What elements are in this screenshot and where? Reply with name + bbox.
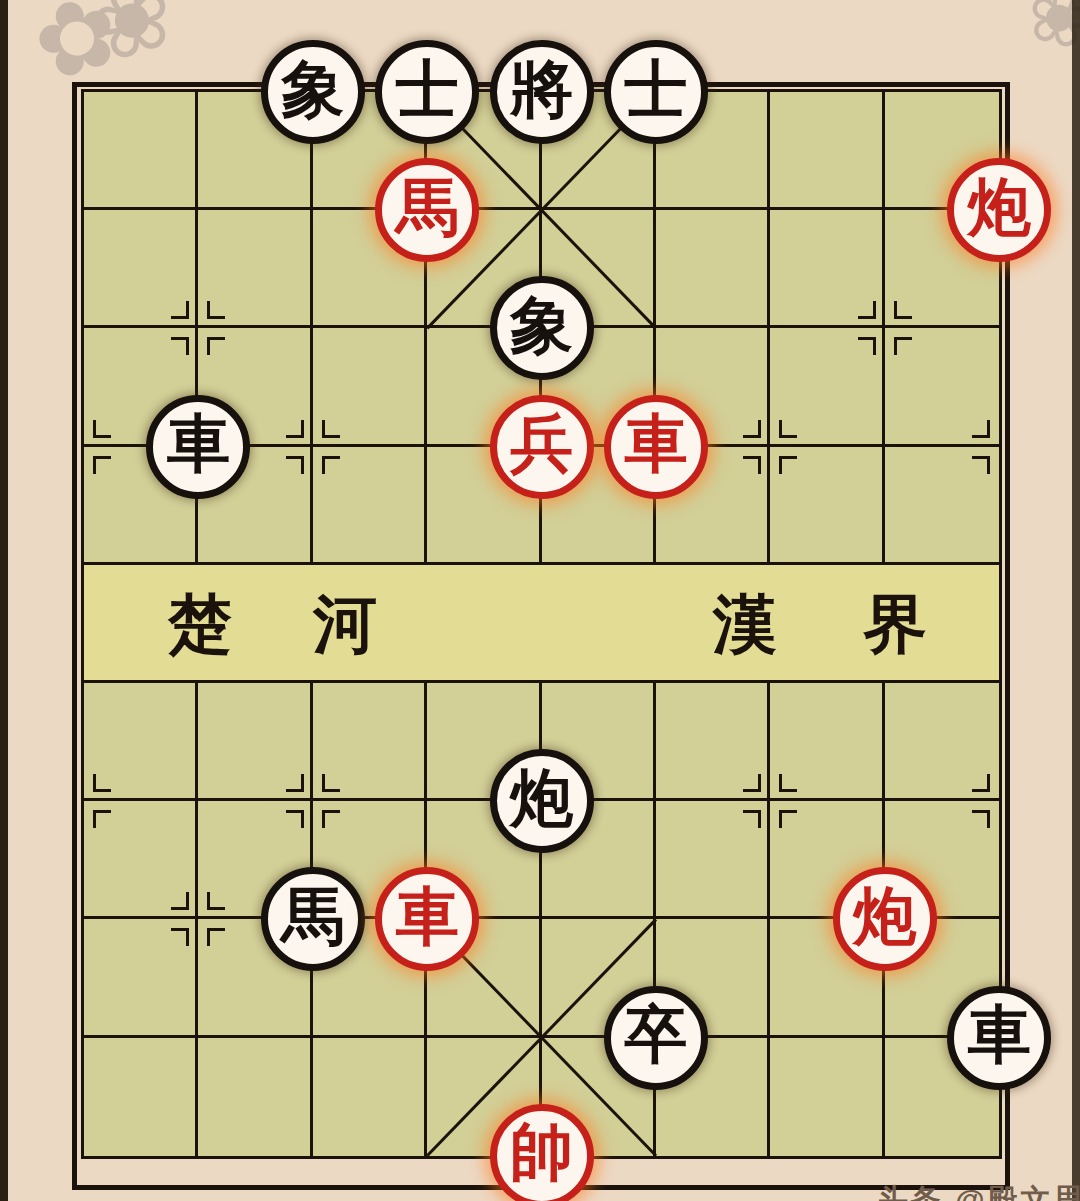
point-marker-corner [894,301,912,319]
piece-red-cannon[interactable]: 炮 [833,867,937,971]
piece-red-cannon[interactable]: 炮 [947,158,1051,262]
piece-black-chariot[interactable]: 車 [947,986,1051,1090]
point-marker-corner [972,420,990,438]
piece-glyph: 馬 [281,886,344,949]
point-marker-corner [972,774,990,792]
point-marker-corner [93,420,111,438]
piece-red-general[interactable]: 帥 [490,1104,594,1201]
right-edge-shadow [1072,0,1080,1201]
piece-red-chariot[interactable]: 車 [375,867,479,971]
point-marker-corner [322,420,340,438]
piece-glyph: 車 [167,413,230,476]
piece-black-elephant[interactable]: 象 [261,40,365,144]
point-marker-corner [207,301,225,319]
point-marker-corner [743,456,761,474]
piece-black-general[interactable]: 將 [490,40,594,144]
point-marker-corner [894,337,912,355]
point-marker-corner [171,892,189,910]
piece-glyph: 象 [510,295,573,358]
point-marker-corner [743,810,761,828]
point-marker-corner [779,456,797,474]
point-marker-corner [93,810,111,828]
point-marker-corner [286,774,304,792]
point-marker-corner [286,810,304,828]
piece-black-advisor[interactable]: 士 [604,40,708,144]
piece-glyph: 象 [281,59,344,122]
piece-red-horse[interactable]: 馬 [375,158,479,262]
piece-glyph: 帥 [510,1122,573,1185]
point-marker-corner [779,774,797,792]
point-marker-corner [743,420,761,438]
piece-glyph: 兵 [510,413,573,476]
point-marker-corner [743,774,761,792]
point-marker-corner [171,928,189,946]
point-marker-corner [171,301,189,319]
piece-red-soldier[interactable]: 兵 [490,395,594,499]
pieces-layer: 象士將士馬炮象車兵車炮馬車炮卒車帥 [0,0,1080,1201]
piece-black-cannon[interactable]: 炮 [490,749,594,853]
piece-black-advisor[interactable]: 士 [375,40,479,144]
point-marker-corner [858,337,876,355]
piece-black-chariot[interactable]: 車 [146,395,250,499]
piece-glyph: 馬 [396,177,459,240]
point-marker-corner [93,456,111,474]
piece-glyph: 車 [968,1004,1031,1067]
piece-glyph: 士 [625,59,688,122]
point-marker-corner [972,810,990,828]
piece-black-horse[interactable]: 馬 [261,867,365,971]
point-marker-corner [207,928,225,946]
piece-glyph: 卒 [625,1004,688,1067]
piece-glyph: 炮 [853,886,916,949]
piece-black-elephant[interactable]: 象 [490,276,594,380]
piece-glyph: 車 [396,886,459,949]
watermark: 头条 @殿文思 [878,1180,1080,1201]
point-marker-corner [779,810,797,828]
point-marker-corner [286,420,304,438]
piece-glyph: 炮 [968,177,1031,240]
point-marker-corner [207,337,225,355]
piece-black-soldier[interactable]: 卒 [604,986,708,1090]
point-marker-corner [286,456,304,474]
left-edge-shadow [0,0,8,1201]
piece-red-chariot[interactable]: 車 [604,395,708,499]
point-marker-corner [171,337,189,355]
point-marker-corner [858,301,876,319]
point-marker-corner [322,774,340,792]
piece-glyph: 將 [510,59,573,122]
point-marker-corner [779,420,797,438]
point-marker-corner [93,774,111,792]
point-marker-corner [207,892,225,910]
piece-glyph: 士 [396,59,459,122]
point-marker-corner [322,456,340,474]
piece-glyph: 車 [625,413,688,476]
point-marker-corner [972,456,990,474]
point-marker-corner [322,810,340,828]
piece-glyph: 炮 [510,768,573,831]
screenshot-canvas: ✿❀ ❀ 楚 河 漢 界 象士將士馬炮象車兵車炮馬車炮卒車帥 头条 @殿文思 [0,0,1080,1201]
